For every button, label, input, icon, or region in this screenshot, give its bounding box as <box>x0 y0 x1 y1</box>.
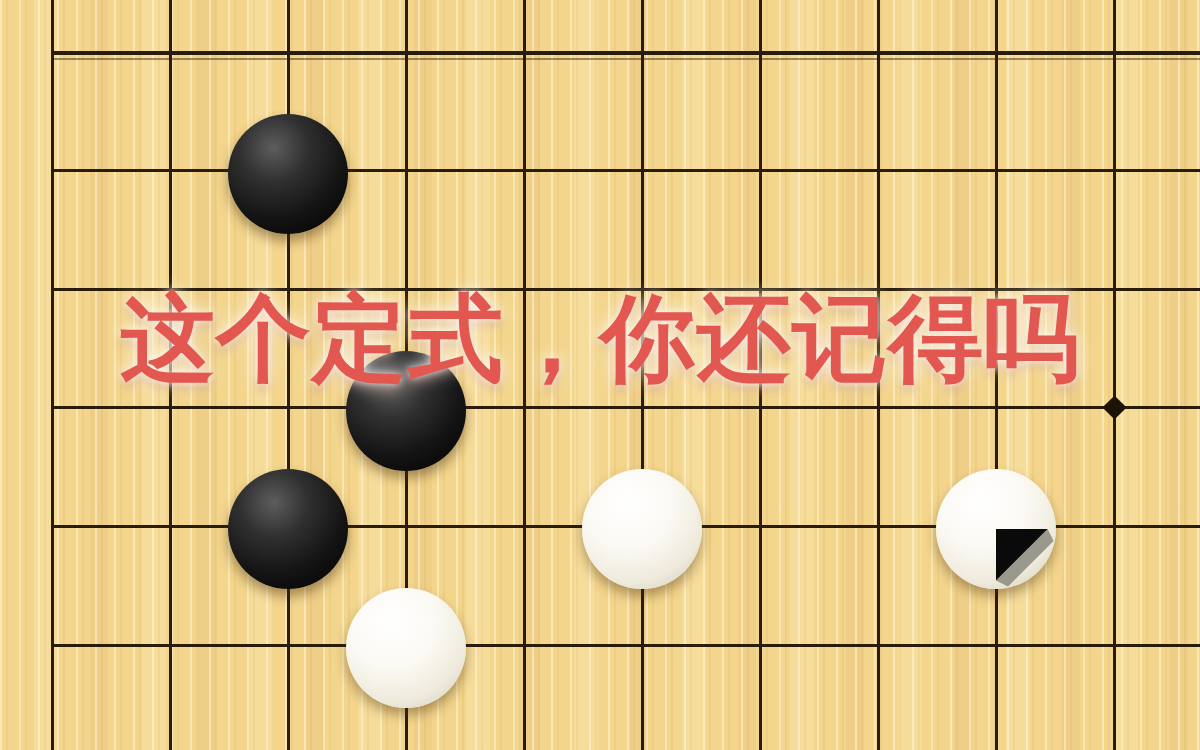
grid-line-horizontal <box>51 169 1200 172</box>
black-stone <box>228 469 348 589</box>
caption-text: 这个定式，你还记得吗 <box>120 276 1080 404</box>
black-stone <box>228 114 348 234</box>
grid-line-horizontal-echo <box>51 58 1200 60</box>
triangle-marker-icon <box>936 469 1056 589</box>
grid-line-vertical <box>1113 0 1116 750</box>
white-stone <box>346 588 466 708</box>
grid-line-horizontal <box>51 644 1200 647</box>
white-stone <box>582 469 702 589</box>
grid-line-horizontal <box>51 406 1200 409</box>
white-stone <box>936 469 1056 589</box>
star-point <box>1102 396 1126 420</box>
grid-line-vertical <box>51 0 54 750</box>
grid-line-horizontal <box>51 51 1200 55</box>
video-frame: 这个定式，你还记得吗 <box>0 0 1200 750</box>
